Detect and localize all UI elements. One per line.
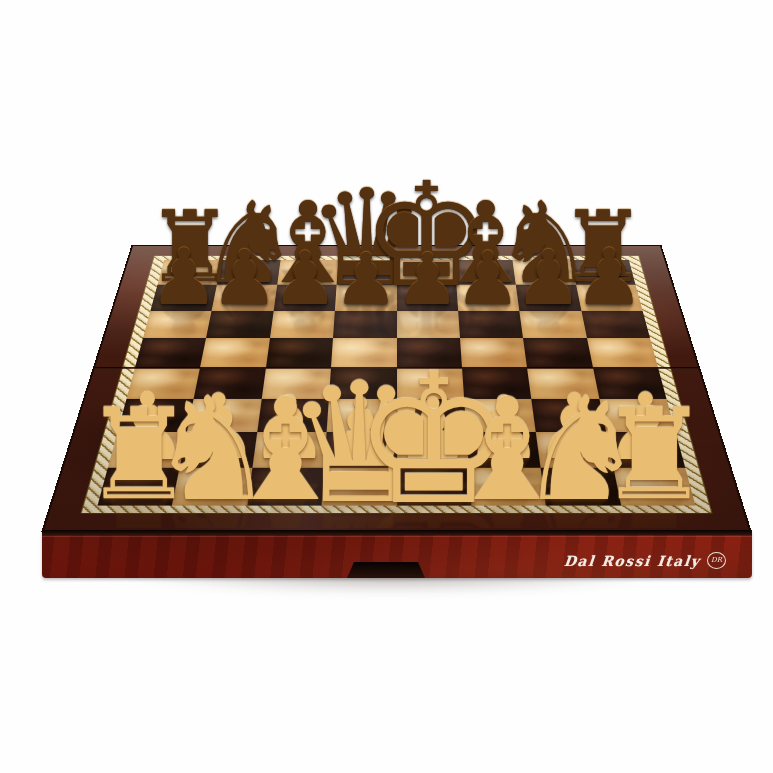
brand-badge-icon: DR: [707, 552, 726, 569]
black-pawn-c7[interactable]: ♟: [272, 243, 338, 317]
black-pawn-g7[interactable]: ♟: [515, 241, 583, 317]
chess-set-scene: Dal Rossi Italy DR ♜♞♝♛♚♝♞♜♟♟♟♟♟♟♟♟♟♟♟♟♟…: [0, 0, 773, 773]
square-b5[interactable]: [200, 338, 269, 367]
square-h5[interactable]: [587, 338, 658, 367]
black-pawn-f7[interactable]: ♟: [455, 243, 521, 317]
finger-notch[interactable]: [347, 562, 425, 578]
black-pawn-a7[interactable]: ♟: [149, 239, 219, 317]
brand-label: Dal Rossi Italy: [563, 553, 701, 569]
black-pawn-b7[interactable]: ♟: [211, 241, 279, 317]
square-a5[interactable]: [135, 338, 206, 367]
brand: Dal Rossi Italy DR: [564, 552, 726, 569]
black-pawn-h7[interactable]: ♟: [574, 239, 644, 317]
pieces-layer: ♜♞♝♛♚♝♞♜♟♟♟♟♟♟♟♟♟♟♟♟♟♟♟♟♜♞♝♛♚♝♞♜: [0, 0, 773, 773]
square-g5[interactable]: [523, 338, 592, 367]
black-pawn-d7[interactable]: ♟: [334, 244, 398, 316]
white-rook-h1[interactable]: ♜: [598, 392, 710, 517]
black-pawn-e7[interactable]: ♟: [395, 244, 459, 316]
